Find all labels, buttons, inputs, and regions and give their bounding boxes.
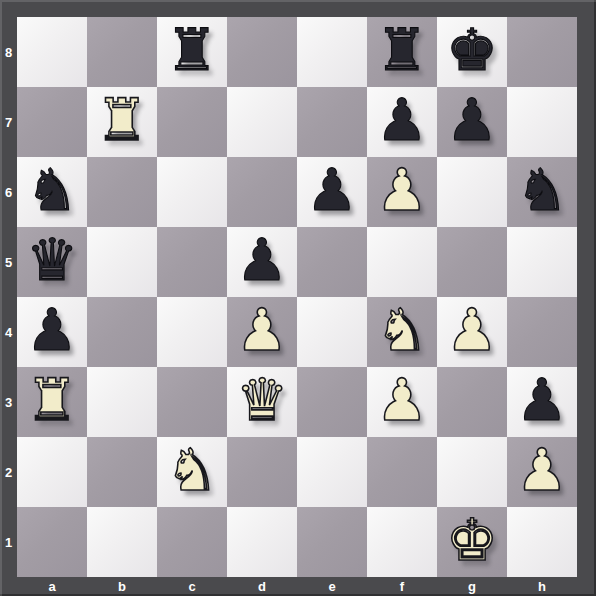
chess-board-frame: ♜♜♚♜♟♟♞♟♟♞♛♟♟♟♞♟♜♛♟♟♞♟♚ 87654321 abcdefg… [0,0,596,596]
piece-white-knight-f4[interactable]: ♞ [376,301,428,359]
square-f5[interactable] [367,227,437,297]
square-a6[interactable]: ♞ [17,157,87,227]
square-g4[interactable]: ♟ [437,297,507,367]
piece-black-pawn-h3[interactable]: ♟ [516,371,568,429]
rank-label-7: 7 [0,87,17,157]
square-f4[interactable]: ♞ [367,297,437,367]
square-e6[interactable]: ♟ [297,157,367,227]
square-d3[interactable]: ♛ [227,367,297,437]
square-a1[interactable] [17,507,87,577]
square-c7[interactable] [157,87,227,157]
square-e1[interactable] [297,507,367,577]
square-b6[interactable] [87,157,157,227]
piece-black-rook-c8[interactable]: ♜ [166,21,218,79]
piece-black-pawn-f7[interactable]: ♟ [376,91,428,149]
square-d4[interactable]: ♟ [227,297,297,367]
piece-black-pawn-e6[interactable]: ♟ [306,161,358,219]
square-f2[interactable] [367,437,437,507]
square-h4[interactable] [507,297,577,367]
square-g8[interactable]: ♚ [437,17,507,87]
square-h3[interactable]: ♟ [507,367,577,437]
square-a4[interactable]: ♟ [17,297,87,367]
piece-white-knight-c2[interactable]: ♞ [166,441,218,499]
square-a5[interactable]: ♛ [17,227,87,297]
square-d6[interactable] [227,157,297,227]
piece-black-pawn-g7[interactable]: ♟ [446,91,498,149]
piece-white-rook-b7[interactable]: ♜ [96,91,148,149]
square-e2[interactable] [297,437,367,507]
rank-label-1: 1 [0,507,17,577]
square-e8[interactable] [297,17,367,87]
square-g6[interactable] [437,157,507,227]
square-d7[interactable] [227,87,297,157]
piece-black-rook-f8[interactable]: ♜ [376,21,428,79]
square-f3[interactable]: ♟ [367,367,437,437]
chess-board: ♜♜♚♜♟♟♞♟♟♞♛♟♟♟♞♟♜♛♟♟♞♟♚ [17,17,577,577]
square-f6[interactable]: ♟ [367,157,437,227]
square-b5[interactable] [87,227,157,297]
square-d2[interactable] [227,437,297,507]
square-c2[interactable]: ♞ [157,437,227,507]
square-e3[interactable] [297,367,367,437]
square-g2[interactable] [437,437,507,507]
square-b8[interactable] [87,17,157,87]
square-f7[interactable]: ♟ [367,87,437,157]
square-a3[interactable]: ♜ [17,367,87,437]
rank-label-6: 6 [0,157,17,227]
square-g5[interactable] [437,227,507,297]
piece-black-king-g8[interactable]: ♚ [446,21,498,79]
file-label-a: a [17,577,87,596]
square-c5[interactable] [157,227,227,297]
file-label-d: d [227,577,297,596]
rank-label-4: 4 [0,297,17,367]
square-d8[interactable] [227,17,297,87]
file-label-b: b [87,577,157,596]
square-h7[interactable] [507,87,577,157]
square-d5[interactable]: ♟ [227,227,297,297]
file-label-c: c [157,577,227,596]
square-a8[interactable] [17,17,87,87]
piece-white-pawn-f3[interactable]: ♟ [376,371,428,429]
square-h5[interactable] [507,227,577,297]
piece-white-pawn-d4[interactable]: ♟ [236,301,288,359]
square-c8[interactable]: ♜ [157,17,227,87]
square-g7[interactable]: ♟ [437,87,507,157]
file-label-h: h [507,577,577,596]
rank-label-5: 5 [0,227,17,297]
square-e5[interactable] [297,227,367,297]
file-label-g: g [437,577,507,596]
square-b2[interactable] [87,437,157,507]
square-b4[interactable] [87,297,157,367]
piece-black-knight-h6[interactable]: ♞ [516,161,568,219]
square-c1[interactable] [157,507,227,577]
square-a7[interactable] [17,87,87,157]
piece-white-pawn-h2[interactable]: ♟ [516,441,568,499]
square-h6[interactable]: ♞ [507,157,577,227]
piece-white-rook-a3[interactable]: ♜ [26,371,78,429]
square-e4[interactable] [297,297,367,367]
piece-black-pawn-d5[interactable]: ♟ [236,231,288,289]
piece-white-pawn-g4[interactable]: ♟ [446,301,498,359]
square-b3[interactable] [87,367,157,437]
rank-label-8: 8 [0,17,17,87]
square-f8[interactable]: ♜ [367,17,437,87]
square-h8[interactable] [507,17,577,87]
square-g1[interactable]: ♚ [437,507,507,577]
square-h1[interactable] [507,507,577,577]
piece-black-pawn-a4[interactable]: ♟ [26,301,78,359]
piece-black-queen-a5[interactable]: ♛ [26,231,78,289]
square-c6[interactable] [157,157,227,227]
square-c3[interactable] [157,367,227,437]
square-g3[interactable] [437,367,507,437]
square-a2[interactable] [17,437,87,507]
square-c4[interactable] [157,297,227,367]
piece-white-queen-d3[interactable]: ♛ [236,371,288,429]
file-label-e: e [297,577,367,596]
square-h2[interactable]: ♟ [507,437,577,507]
file-label-f: f [367,577,437,596]
square-e7[interactable] [297,87,367,157]
piece-white-king-g1[interactable]: ♚ [446,511,498,569]
square-f1[interactable] [367,507,437,577]
piece-white-pawn-f6[interactable]: ♟ [376,161,428,219]
piece-black-knight-a6[interactable]: ♞ [26,161,78,219]
square-d1[interactable] [227,507,297,577]
square-b7[interactable]: ♜ [87,87,157,157]
rank-label-3: 3 [0,367,17,437]
square-b1[interactable] [87,507,157,577]
rank-label-2: 2 [0,437,17,507]
